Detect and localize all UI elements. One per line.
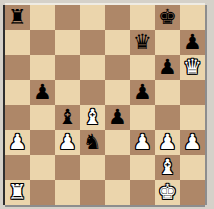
square-g1[interactable]: ♚	[155, 180, 180, 205]
piece-black-queen[interactable]: ♛	[133, 30, 152, 55]
square-h1[interactable]	[180, 180, 205, 205]
square-g5[interactable]	[155, 80, 180, 105]
square-f1[interactable]	[130, 180, 155, 205]
square-g3[interactable]: ♟	[155, 130, 180, 155]
square-a3[interactable]: ♟	[5, 130, 30, 155]
square-f4[interactable]	[130, 105, 155, 130]
piece-white-rook[interactable]: ♜	[8, 180, 27, 205]
square-a6[interactable]	[5, 55, 30, 80]
square-h8[interactable]	[180, 5, 205, 30]
piece-white-pawn[interactable]: ♟	[8, 130, 27, 155]
square-g6[interactable]: ♟	[155, 55, 180, 80]
square-b6[interactable]	[30, 55, 55, 80]
square-c4[interactable]: ♝	[55, 105, 80, 130]
piece-black-rook[interactable]: ♜	[8, 5, 27, 30]
piece-black-pawn[interactable]: ♟	[133, 80, 152, 105]
square-c1[interactable]	[55, 180, 80, 205]
square-e1[interactable]	[105, 180, 130, 205]
piece-black-pawn[interactable]: ♟	[108, 105, 127, 130]
piece-white-pawn[interactable]: ♟	[58, 130, 77, 155]
square-c8[interactable]	[55, 5, 80, 30]
square-c7[interactable]	[55, 30, 80, 55]
square-d2[interactable]	[80, 155, 105, 180]
square-e7[interactable]	[105, 30, 130, 55]
piece-black-pawn[interactable]: ♟	[183, 30, 202, 55]
square-d1[interactable]	[80, 180, 105, 205]
board-frame: ♜♚♛♟♟♛♟♟♝♝♟♟♟♞♟♟♟♝♜♚	[0, 0, 214, 209]
square-a5[interactable]	[5, 80, 30, 105]
square-f2[interactable]	[130, 155, 155, 180]
piece-white-bishop[interactable]: ♝	[83, 105, 102, 130]
square-f3[interactable]: ♟	[130, 130, 155, 155]
square-g8[interactable]: ♚	[155, 5, 180, 30]
square-f5[interactable]: ♟	[130, 80, 155, 105]
piece-white-pawn[interactable]: ♟	[183, 130, 202, 155]
square-f7[interactable]: ♛	[130, 30, 155, 55]
square-b8[interactable]	[30, 5, 55, 30]
square-b5[interactable]: ♟	[30, 80, 55, 105]
piece-black-pawn[interactable]: ♟	[33, 80, 52, 105]
square-h3[interactable]: ♟	[180, 130, 205, 155]
square-c2[interactable]	[55, 155, 80, 180]
square-g2[interactable]: ♝	[155, 155, 180, 180]
square-f8[interactable]	[130, 5, 155, 30]
square-h2[interactable]	[180, 155, 205, 180]
square-h4[interactable]	[180, 105, 205, 130]
square-h7[interactable]: ♟	[180, 30, 205, 55]
square-e2[interactable]	[105, 155, 130, 180]
square-h5[interactable]	[180, 80, 205, 105]
piece-black-knight[interactable]: ♞	[83, 130, 102, 155]
square-e5[interactable]	[105, 80, 130, 105]
square-d5[interactable]	[80, 80, 105, 105]
square-b1[interactable]	[30, 180, 55, 205]
square-a4[interactable]	[5, 105, 30, 130]
piece-white-queen[interactable]: ♛	[183, 55, 202, 80]
square-b4[interactable]	[30, 105, 55, 130]
piece-black-king[interactable]: ♚	[158, 5, 177, 30]
square-b2[interactable]	[30, 155, 55, 180]
square-g7[interactable]	[155, 30, 180, 55]
square-f6[interactable]	[130, 55, 155, 80]
square-b3[interactable]	[30, 130, 55, 155]
piece-white-king[interactable]: ♚	[158, 180, 177, 205]
square-a2[interactable]	[5, 155, 30, 180]
square-a8[interactable]: ♜	[5, 5, 30, 30]
square-e4[interactable]: ♟	[105, 105, 130, 130]
square-d3[interactable]: ♞	[80, 130, 105, 155]
square-a7[interactable]	[5, 30, 30, 55]
square-e3[interactable]	[105, 130, 130, 155]
square-c3[interactable]: ♟	[55, 130, 80, 155]
chess-board: ♜♚♛♟♟♛♟♟♝♝♟♟♟♞♟♟♟♝♜♚	[5, 5, 205, 205]
square-d6[interactable]	[80, 55, 105, 80]
piece-black-bishop[interactable]: ♝	[58, 105, 77, 130]
piece-white-pawn[interactable]: ♟	[133, 130, 152, 155]
piece-white-pawn[interactable]: ♟	[158, 130, 177, 155]
square-c6[interactable]	[55, 55, 80, 80]
square-h6[interactable]: ♛	[180, 55, 205, 80]
square-d8[interactable]	[80, 5, 105, 30]
square-c5[interactable]	[55, 80, 80, 105]
square-d7[interactable]	[80, 30, 105, 55]
square-e8[interactable]	[105, 5, 130, 30]
square-g4[interactable]	[155, 105, 180, 130]
square-d4[interactable]: ♝	[80, 105, 105, 130]
square-a1[interactable]: ♜	[5, 180, 30, 205]
piece-white-bishop[interactable]: ♝	[158, 155, 177, 180]
square-e6[interactable]	[105, 55, 130, 80]
piece-black-pawn[interactable]: ♟	[158, 55, 177, 80]
square-b7[interactable]	[30, 30, 55, 55]
